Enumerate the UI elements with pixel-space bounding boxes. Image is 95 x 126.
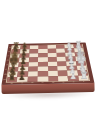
square-h7: ♟: [17, 77, 28, 82]
product-photo: ♜♟♟♜♞♟♟♞♝♟♟♝♛♟♟♛♚♟♟♚♝♟♟♝♞♟♟♞♜♟♟♜ 8765432…: [0, 0, 95, 126]
square-e1: ♚: [76, 61, 86, 66]
chess-set: ♜♟♟♜♞♟♟♞♝♟♟♝♛♟♟♛♚♟♟♚♝♟♟♝♞♟♟♞♜♟♟♜ 8765432…: [0, 0, 95, 126]
square-g7: ♟: [18, 72, 28, 77]
board-grid: ♜♟♟♜♞♟♟♞♝♟♟♝♛♟♟♛♚♟♟♚♝♟♟♝♞♟♟♞♜♟♟♜: [7, 44, 89, 82]
chess-board: ♜♟♟♜♞♟♟♞♝♟♟♝♛♟♟♛♚♟♟♚♝♟♟♝♞♟♟♞♜♟♟♜ 8765432…: [1, 42, 94, 85]
board-shadow: [3, 91, 94, 100]
